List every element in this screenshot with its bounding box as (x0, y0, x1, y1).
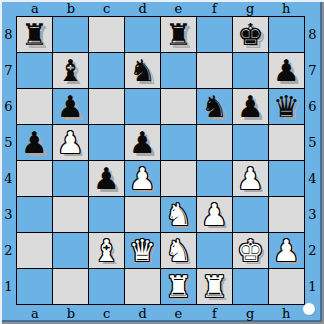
black-knight-d7[interactable]: ♞ (129, 56, 156, 86)
black-pawn-h7[interactable]: ♟ (273, 56, 300, 86)
white-queen-d2[interactable]: ♛ (129, 236, 156, 266)
file-label-c: c (89, 1, 125, 16)
rank-labels-left: 87654321 (1, 17, 16, 304)
square-h6[interactable]: ♛ (269, 89, 304, 124)
file-label-a: a (17, 306, 53, 321)
square-a1[interactable] (17, 269, 52, 304)
file-label-e: e (161, 306, 197, 321)
rank-label-5: 5 (306, 125, 319, 161)
file-label-f: f (196, 1, 232, 16)
square-e2[interactable]: ♞ (161, 233, 196, 268)
square-a4[interactable] (17, 161, 52, 196)
rank-label-6: 6 (306, 89, 319, 125)
square-f1[interactable]: ♜ (197, 269, 232, 304)
square-a2[interactable] (17, 233, 52, 268)
black-pawn-d5[interactable]: ♟ (129, 128, 156, 158)
white-king-g2[interactable]: ♚ (237, 236, 264, 266)
file-labels-top: abcdefgh (17, 1, 304, 16)
file-label-g: g (232, 306, 268, 321)
square-d6[interactable] (125, 89, 160, 124)
file-label-e: e (161, 1, 197, 16)
rank-label-1: 1 (1, 268, 16, 304)
square-b1[interactable] (53, 269, 88, 304)
square-c8[interactable] (89, 17, 124, 52)
file-label-g: g (232, 1, 268, 16)
square-g3[interactable] (233, 197, 268, 232)
square-a8[interactable]: ♜ (17, 17, 52, 52)
side-to-move-indicator (303, 303, 315, 315)
square-d8[interactable] (125, 17, 160, 52)
square-h7[interactable]: ♟ (269, 53, 304, 88)
square-c3[interactable] (89, 197, 124, 232)
black-king-g8[interactable]: ♚ (237, 20, 264, 50)
square-c6[interactable] (89, 89, 124, 124)
rank-label-4: 4 (306, 161, 319, 197)
white-rook-f1[interactable]: ♜ (201, 272, 228, 302)
rank-label-2: 2 (1, 232, 16, 268)
square-a6[interactable] (17, 89, 52, 124)
square-g2[interactable]: ♚ (233, 233, 268, 268)
black-rook-e8[interactable]: ♜ (165, 20, 192, 50)
square-f3[interactable]: ♟ (197, 197, 232, 232)
square-h1[interactable] (269, 269, 304, 304)
black-pawn-b6[interactable]: ♟ (57, 92, 84, 122)
white-pawn-g4[interactable]: ♟ (237, 164, 264, 194)
square-b2[interactable] (53, 233, 88, 268)
file-label-a: a (17, 1, 53, 16)
square-e5[interactable] (161, 125, 196, 160)
black-pawn-g6[interactable]: ♟ (237, 92, 264, 122)
black-rook-a8[interactable]: ♜ (21, 20, 48, 50)
white-pawn-f3[interactable]: ♟ (201, 200, 228, 230)
chess-board-window: abcdefgh 87654321 ♜♜♚♝♞♟♟♞♟♛♟♟♟♟♟♟♞♟♝♛♞♚… (0, 0, 324, 324)
square-e7[interactable] (161, 53, 196, 88)
square-b8[interactable] (53, 17, 88, 52)
white-pawn-b5[interactable]: ♟ (57, 128, 84, 158)
rank-label-7: 7 (306, 53, 319, 89)
rank-label-4: 4 (1, 161, 16, 197)
square-d3[interactable] (125, 197, 160, 232)
square-d1[interactable] (125, 269, 160, 304)
square-b3[interactable] (53, 197, 88, 232)
white-pawn-d4[interactable]: ♟ (129, 164, 156, 194)
square-c5[interactable] (89, 125, 124, 160)
square-b7[interactable]: ♝ (53, 53, 88, 88)
black-knight-f6[interactable]: ♞ (201, 92, 228, 122)
black-queen-h6[interactable]: ♛ (273, 92, 300, 122)
square-b4[interactable] (53, 161, 88, 196)
rank-label-2: 2 (306, 232, 319, 268)
rank-label-8: 8 (306, 17, 319, 53)
chess-board[interactable]: ♜♜♚♝♞♟♟♞♟♛♟♟♟♟♟♟♞♟♝♛♞♚♟♜♜ (16, 16, 305, 305)
file-label-d: d (125, 306, 161, 321)
square-h5[interactable] (269, 125, 304, 160)
file-labels-bottom: abcdefgh (17, 306, 304, 319)
square-h8[interactable] (269, 17, 304, 52)
rank-label-1: 1 (306, 268, 319, 304)
black-pawn-a5[interactable]: ♟ (21, 128, 48, 158)
square-d4[interactable]: ♟ (125, 161, 160, 196)
square-c7[interactable] (89, 53, 124, 88)
square-h2[interactable]: ♟ (269, 233, 304, 268)
square-f6[interactable]: ♞ (197, 89, 232, 124)
white-rook-e1[interactable]: ♜ (165, 272, 192, 302)
square-g6[interactable]: ♟ (233, 89, 268, 124)
white-knight-e2[interactable]: ♞ (165, 236, 192, 266)
square-g1[interactable] (233, 269, 268, 304)
square-g4[interactable]: ♟ (233, 161, 268, 196)
square-f8[interactable] (197, 17, 232, 52)
white-knight-e3[interactable]: ♞ (165, 200, 192, 230)
square-g5[interactable] (233, 125, 268, 160)
file-label-h: h (268, 306, 304, 321)
square-e8[interactable]: ♜ (161, 17, 196, 52)
black-pawn-c4[interactable]: ♟ (93, 164, 120, 194)
square-a3[interactable] (17, 197, 52, 232)
square-e1[interactable]: ♜ (161, 269, 196, 304)
square-c4[interactable]: ♟ (89, 161, 124, 196)
square-f2[interactable] (197, 233, 232, 268)
square-e4[interactable] (161, 161, 196, 196)
square-b6[interactable]: ♟ (53, 89, 88, 124)
file-label-b: b (53, 1, 89, 16)
rank-label-5: 5 (1, 125, 16, 161)
square-c2[interactable]: ♝ (89, 233, 124, 268)
white-bishop-c2[interactable]: ♝ (93, 236, 120, 266)
rank-labels-right: 87654321 (306, 17, 319, 304)
file-label-h: h (268, 1, 304, 16)
rank-label-7: 7 (1, 53, 16, 89)
file-label-f: f (196, 306, 232, 321)
rank-label-6: 6 (1, 89, 16, 125)
square-d5[interactable]: ♟ (125, 125, 160, 160)
square-h4[interactable] (269, 161, 304, 196)
black-bishop-b7[interactable]: ♝ (57, 56, 84, 86)
file-label-d: d (125, 1, 161, 16)
square-f4[interactable] (197, 161, 232, 196)
square-e6[interactable] (161, 89, 196, 124)
square-f5[interactable] (197, 125, 232, 160)
square-c1[interactable] (89, 269, 124, 304)
rank-label-3: 3 (306, 196, 319, 232)
file-label-b: b (53, 306, 89, 321)
square-a5[interactable]: ♟ (17, 125, 52, 160)
square-g8[interactable]: ♚ (233, 17, 268, 52)
square-d7[interactable]: ♞ (125, 53, 160, 88)
square-e3[interactable]: ♞ (161, 197, 196, 232)
rank-label-8: 8 (1, 17, 16, 53)
square-a7[interactable] (17, 53, 52, 88)
white-pawn-h2[interactable]: ♟ (273, 236, 300, 266)
square-f7[interactable] (197, 53, 232, 88)
square-d2[interactable]: ♛ (125, 233, 160, 268)
rank-label-3: 3 (1, 196, 16, 232)
square-h3[interactable] (269, 197, 304, 232)
square-b5[interactable]: ♟ (53, 125, 88, 160)
file-label-c: c (89, 306, 125, 321)
square-g7[interactable] (233, 53, 268, 88)
